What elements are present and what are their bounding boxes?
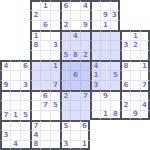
cell-r11c5[interactable] [50, 110, 60, 120]
given-digit-r14c3[interactable]: 8 [30, 140, 40, 150]
cell-r9c2[interactable] [20, 90, 30, 100]
cell-r1c7[interactable] [70, 10, 80, 20]
cell-r2c11[interactable] [110, 20, 120, 30]
cell-r7c0[interactable] [0, 70, 10, 80]
cell-r1c4[interactable] [40, 10, 50, 20]
given-digit-r10c14[interactable]: 4 [140, 100, 150, 110]
given-digit-r2c4[interactable]: 6 [40, 20, 50, 30]
cell-r8c3[interactable] [30, 80, 40, 90]
cell-r13c1[interactable] [10, 130, 20, 140]
cell-r4c4[interactable] [40, 40, 50, 50]
cell-r13c4[interactable] [40, 130, 50, 140]
cell-r3c8[interactable] [80, 30, 90, 40]
given-digit-r4c5[interactable]: 3 [50, 40, 60, 50]
given-digit-r9c4[interactable]: 6 [40, 90, 50, 100]
cell-r6c13[interactable] [130, 60, 140, 70]
given-digit-r3c3[interactable]: 1 [30, 30, 40, 40]
given-digit-r14c8[interactable]: 1 [80, 140, 90, 150]
given-digit-r11c10[interactable]: 1 [100, 110, 110, 120]
cell-r11c4[interactable] [40, 110, 50, 120]
cell-r10c3[interactable] [30, 100, 40, 110]
given-digit-r1c10[interactable]: 9 [100, 10, 110, 20]
cell-r1c6[interactable] [60, 10, 70, 20]
cell-r3c14[interactable] [140, 30, 150, 40]
cell-r6c4[interactable] [40, 60, 50, 70]
given-digit-r6c14[interactable]: 1 [140, 60, 150, 70]
given-digit-r5c8[interactable]: 2 [80, 50, 90, 60]
cell-r3c12[interactable] [120, 30, 130, 40]
given-digit-r11c13[interactable]: 9 [130, 110, 140, 120]
given-digit-r8c14[interactable]: 7 [140, 80, 150, 90]
cell-r10c11[interactable] [110, 100, 120, 110]
given-digit-r4c3[interactable]: 8 [30, 40, 40, 50]
given-digit-r11c1[interactable]: 1 [10, 110, 20, 120]
given-digit-r8c5[interactable]: 7 [50, 80, 60, 90]
given-digit-r0c4[interactable]: 1 [40, 0, 50, 10]
cell-r0c11[interactable] [110, 0, 120, 10]
cell-r3c10[interactable] [100, 30, 110, 40]
cell-r4c9[interactable] [90, 40, 100, 50]
cell-r7c3[interactable] [30, 70, 40, 80]
cell-r7c13[interactable] [130, 70, 140, 80]
cell-r2c5[interactable] [50, 20, 60, 30]
given-digit-r8c0[interactable]: 9 [0, 80, 10, 90]
cell-r11c12[interactable] [120, 110, 130, 120]
given-digit-r14c1[interactable]: 4 [10, 140, 20, 150]
cell-r4c8[interactable] [80, 40, 90, 50]
given-digit-r13c3[interactable]: 4 [30, 130, 40, 140]
cell-r11c8[interactable] [80, 110, 90, 120]
cell-r9c12[interactable] [120, 90, 130, 100]
cell-r10c2[interactable] [20, 100, 30, 110]
given-digit-r5c6[interactable]: 5 [60, 50, 70, 60]
cell-r11c14[interactable] [140, 110, 150, 120]
cell-r3c5[interactable] [50, 30, 60, 40]
given-digit-r0c8[interactable]: 4 [80, 0, 90, 10]
cell-r7c5[interactable] [50, 70, 60, 80]
cell-r10c0[interactable] [0, 100, 10, 110]
cell-r2c9[interactable] [90, 20, 100, 30]
cell-r10c13[interactable] [130, 100, 140, 110]
cell-r0c5[interactable] [50, 0, 60, 10]
cell-r9c13[interactable] [130, 90, 140, 100]
cell-r5c11[interactable] [110, 50, 120, 60]
given-digit-r1c11[interactable]: 3 [110, 10, 120, 20]
given-digit-r0c6[interactable]: 6 [60, 0, 70, 10]
cell-r4c11[interactable] [110, 40, 120, 50]
cell-r11c7[interactable] [70, 110, 80, 120]
given-digit-r8c2[interactable]: 3 [20, 80, 30, 90]
cell-r5c14[interactable] [140, 50, 150, 60]
cell-r10c10[interactable] [100, 100, 110, 110]
cell-r5c5[interactable] [50, 50, 60, 60]
cell-r9c5[interactable] [50, 90, 60, 100]
cell-r12c1[interactable] [10, 120, 20, 130]
cell-r10c7[interactable] [70, 100, 80, 110]
cell-r6c8[interactable] [80, 60, 90, 70]
cell-r5c10[interactable] [100, 50, 110, 60]
given-digit-r3c13[interactable]: 1 [130, 30, 140, 40]
cell-r8c6[interactable] [60, 80, 70, 90]
cell-r8c10[interactable] [100, 80, 110, 90]
cell-r1c8[interactable] [80, 10, 90, 20]
cell-r12c4[interactable] [40, 120, 50, 130]
cell-r0c7[interactable] [70, 0, 80, 10]
cell-r8c4[interactable] [40, 80, 50, 90]
cell-r2c3[interactable] [30, 20, 40, 30]
cell-r8c7[interactable] [70, 80, 80, 90]
cell-r12c0[interactable] [0, 120, 10, 130]
given-digit-r6c9[interactable]: 4 [90, 60, 100, 70]
cell-r10c1[interactable] [10, 100, 20, 110]
cell-r7c2[interactable] [20, 70, 30, 80]
cell-r8c8[interactable] [80, 80, 90, 90]
given-digit-r9c10[interactable]: 9 [100, 90, 110, 100]
cell-r7c8[interactable] [80, 70, 90, 80]
given-digit-r10c4[interactable]: 7 [40, 100, 50, 110]
given-digit-r2c6[interactable]: 2 [60, 20, 70, 30]
cell-r8c1[interactable] [10, 80, 20, 90]
cell-r9c14[interactable] [140, 90, 150, 100]
given-digit-r8c9[interactable]: 3 [90, 80, 100, 90]
given-digit-r4c13[interactable]: 2 [130, 40, 140, 50]
given-digit-r2c10[interactable]: 1 [100, 20, 110, 30]
given-digit-r6c5[interactable]: 1 [50, 60, 60, 70]
cell-r12c2[interactable] [20, 120, 30, 130]
cell-r14c2[interactable] [20, 140, 30, 150]
sudoku-board: 1642936291141833258246148161593736762797… [0, 0, 150, 150]
cell-r9c9[interactable] [90, 90, 100, 100]
given-digit-r12c3[interactable]: 7 [30, 120, 40, 130]
given-digit-r14c6[interactable]: 3 [60, 140, 70, 150]
given-digit-r11c2[interactable]: 5 [20, 110, 30, 120]
cell-r6c1[interactable] [10, 60, 20, 70]
cell-r4c10[interactable] [100, 40, 110, 50]
cell-r0c9[interactable] [90, 0, 100, 10]
given-digit-r9c8[interactable]: 7 [80, 90, 90, 100]
cell-r10c9[interactable] [90, 100, 100, 110]
given-digit-r1c3[interactable]: 2 [30, 10, 40, 20]
cell-r3c6[interactable] [60, 30, 70, 40]
cell-r13c6[interactable] [60, 130, 70, 140]
cell-r13c7[interactable] [70, 130, 80, 140]
cell-r3c4[interactable] [40, 30, 50, 40]
given-digit-r6c12[interactable]: 8 [120, 60, 130, 70]
given-digit-r6c2[interactable]: 6 [20, 60, 30, 70]
cell-r14c7[interactable] [70, 140, 80, 150]
cell-r3c9[interactable] [90, 30, 100, 40]
cell-r9c0[interactable] [0, 90, 10, 100]
given-digit-r12c6[interactable]: 5 [60, 120, 70, 130]
cell-r7c12[interactable] [120, 70, 130, 80]
cell-r2c7[interactable] [70, 20, 80, 30]
cell-r13c2[interactable] [20, 130, 30, 140]
cell-r9c3[interactable] [30, 90, 40, 100]
given-digit-r9c6[interactable]: 2 [60, 90, 70, 100]
given-digit-r13c0[interactable]: 3 [0, 130, 10, 140]
given-digit-r6c0[interactable]: 4 [0, 60, 10, 70]
given-digit-r10c12[interactable]: 2 [120, 100, 130, 110]
cell-r7c4[interactable] [40, 70, 50, 80]
cell-r5c4[interactable] [40, 50, 50, 60]
given-digit-r11c0[interactable]: 7 [0, 110, 10, 120]
cell-r14c4[interactable] [40, 140, 50, 150]
given-digit-r3c7[interactable]: 4 [70, 30, 80, 40]
cell-r13c8[interactable] [80, 130, 90, 140]
cell-r4c7[interactable] [70, 40, 80, 50]
cell-r9c1[interactable] [10, 90, 20, 100]
cell-r8c13[interactable] [130, 80, 140, 90]
cell-r14c5[interactable] [50, 140, 60, 150]
sudoku-puzzle-page: 1642936291141833258246148161593736762797… [0, 0, 150, 150]
given-digit-r8c12[interactable]: 6 [120, 80, 130, 90]
cell-r9c11[interactable] [110, 90, 120, 100]
cell-r8c11[interactable] [110, 80, 120, 90]
cell-r0c10[interactable] [100, 0, 110, 10]
cell-r10c8[interactable] [80, 100, 90, 110]
cell-r7c6[interactable] [60, 70, 70, 80]
given-digit-r7c11[interactable]: 5 [110, 70, 120, 80]
cell-r14c0[interactable] [0, 140, 10, 150]
given-digit-r7c9[interactable]: 1 [90, 70, 100, 80]
cell-r6c11[interactable] [110, 60, 120, 70]
cell-r6c7[interactable] [70, 60, 80, 70]
cell-r0c3[interactable] [30, 0, 40, 10]
given-digit-r7c7[interactable]: 6 [70, 70, 80, 80]
cell-r11c3[interactable] [30, 110, 40, 120]
given-digit-r2c8[interactable]: 9 [80, 20, 90, 30]
cell-r5c9[interactable] [90, 50, 100, 60]
cell-r7c10[interactable] [100, 70, 110, 80]
given-digit-r4c12[interactable]: 3 [120, 40, 130, 50]
cell-r4c14[interactable] [140, 40, 150, 50]
cell-r7c1[interactable] [10, 70, 20, 80]
cell-r5c3[interactable] [30, 50, 40, 60]
cell-r1c9[interactable] [90, 10, 100, 20]
cell-r5c13[interactable] [130, 50, 140, 60]
cell-r7c14[interactable] [140, 70, 150, 80]
cell-r5c12[interactable] [120, 50, 130, 60]
cell-r12c7[interactable] [70, 120, 80, 130]
given-digit-r5c7[interactable]: 8 [70, 50, 80, 60]
cell-r6c6[interactable] [60, 60, 70, 70]
cell-r6c3[interactable] [30, 60, 40, 70]
given-digit-r11c11[interactable]: 8 [110, 110, 120, 120]
cell-r3c11[interactable] [110, 30, 120, 40]
given-digit-r10c5[interactable]: 5 [50, 100, 60, 110]
given-digit-r12c8[interactable]: 6 [80, 120, 90, 130]
cell-r13c5[interactable] [50, 130, 60, 140]
cell-r10c6[interactable] [60, 100, 70, 110]
cell-r6c10[interactable] [100, 60, 110, 70]
cell-r1c5[interactable] [50, 10, 60, 20]
cell-r11c9[interactable] [90, 110, 100, 120]
cell-r12c5[interactable] [50, 120, 60, 130]
cell-r11c6[interactable] [60, 110, 70, 120]
cell-r9c7[interactable] [70, 90, 80, 100]
cell-r4c6[interactable] [60, 40, 70, 50]
